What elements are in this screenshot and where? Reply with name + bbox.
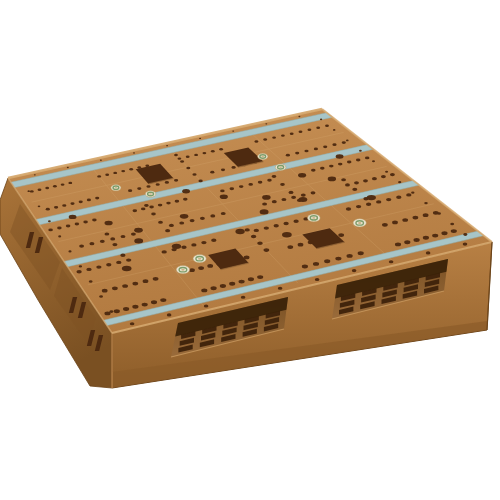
washer — [145, 191, 156, 198]
washer — [353, 219, 366, 227]
washer — [193, 255, 206, 263]
washer — [111, 185, 121, 191]
canvas — [0, 0, 500, 500]
washer — [307, 214, 320, 222]
washer — [275, 164, 286, 171]
washer — [258, 153, 268, 159]
pallet-product-photo — [0, 0, 500, 500]
washer — [176, 266, 189, 274]
pallet-illustration — [0, 0, 500, 500]
